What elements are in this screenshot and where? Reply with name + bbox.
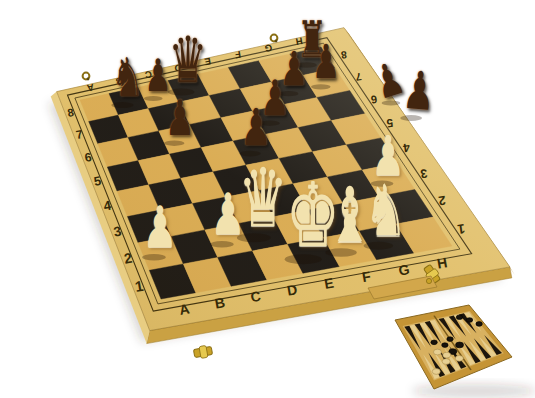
backgammon-checker-dark [447,337,453,342]
backgammon-checker-dark [456,342,464,348]
inset-shadow [412,384,535,398]
backgammon-checker-dark [476,322,482,327]
backgammon-inset [0,0,535,398]
backgammon-checker-dark [442,343,448,348]
backgammon-checker-dark [456,315,462,320]
backgammon-checker-light [433,349,441,355]
inset-latch [426,278,431,283]
backgammon-checker-light [442,359,450,365]
backgammon-checker-light [455,355,463,361]
chess-set-product-photo: AABBCCDDEEFFGGHH8877665544332211 ♞♟♛♜♟♟♟… [0,0,535,398]
backgammon-checker-dark [431,340,437,345]
backgammon-checker-light [432,369,440,375]
backgammon-checker-dark [466,318,472,323]
backgammon-checker-light [443,352,451,358]
